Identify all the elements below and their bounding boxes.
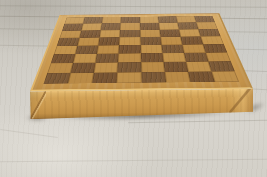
square-c3: [96, 54, 119, 63]
square-b4: [75, 45, 98, 54]
square-d5: [119, 37, 140, 45]
square-f1: [164, 72, 190, 83]
square-a2: [47, 63, 73, 73]
square-a5: [57, 38, 80, 46]
square-h5: [201, 36, 224, 44]
square-e4: [140, 45, 162, 54]
square-h3: [206, 52, 231, 61]
square-c4: [97, 45, 119, 54]
square-g2: [186, 62, 212, 72]
square-b1: [68, 73, 94, 84]
board-grid: [44, 16, 240, 84]
square-e1: [141, 72, 166, 83]
square-d1: [117, 72, 141, 83]
board-tilt-wrapper: [0, 0, 267, 177]
square-d3: [118, 53, 141, 62]
square-c5: [99, 37, 120, 45]
square-g4: [182, 44, 205, 53]
square-d4: [119, 45, 141, 54]
square-f3: [162, 53, 186, 62]
square-e2: [141, 62, 165, 72]
square-a3: [51, 54, 76, 63]
square-g5: [180, 36, 203, 44]
square-g1: [188, 71, 215, 82]
square-d2: [118, 62, 141, 72]
square-a4: [54, 46, 78, 55]
square-g3: [184, 53, 208, 62]
square-b2: [71, 63, 96, 73]
square-c2: [94, 63, 118, 73]
square-h2: [208, 61, 234, 71]
square-f2: [163, 62, 188, 72]
square-e3: [141, 53, 164, 62]
square-a1: [44, 73, 71, 84]
square-h1: [211, 71, 239, 82]
chessboard: [30, 13, 253, 91]
square-b3: [73, 54, 97, 63]
square-h4: [203, 44, 227, 53]
square-f4: [161, 44, 184, 53]
square-e5: [140, 37, 161, 45]
square-f5: [160, 37, 182, 45]
square-c1: [92, 72, 117, 83]
photo-scene: [0, 0, 267, 177]
